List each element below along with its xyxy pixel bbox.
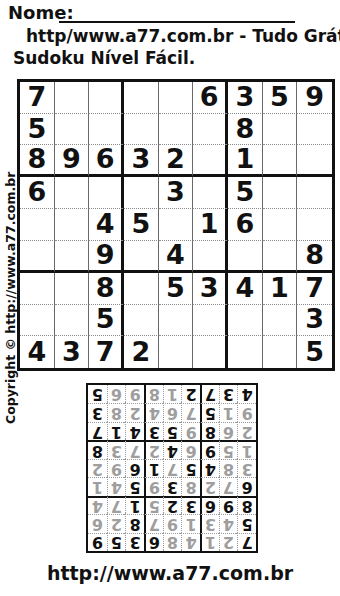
solution-cell-r7c9: 7 (88, 422, 107, 440)
puzzle-cell-r3c8[interactable] (263, 145, 298, 177)
puzzle-cell-r3c1: 8 (20, 145, 55, 177)
puzzle-cell-r8c9: 3 (297, 305, 332, 337)
puzzle-cell-r3c3: 6 (89, 145, 124, 177)
solution-cell-r2c3: 3 (200, 514, 219, 532)
puzzle-cell-r9c5[interactable] (159, 336, 194, 368)
solution-cell-r6c3: 9 (200, 440, 219, 458)
puzzle-cell-r4c7: 5 (228, 177, 263, 209)
solution-cell-r8c7: 2 (125, 403, 144, 421)
puzzle-cell-r9c2: 3 (55, 336, 90, 368)
puzzle-cell-r2c9[interactable] (297, 114, 332, 146)
puzzle-cell-r4c4[interactable] (124, 177, 159, 209)
puzzle-cell-r8c5[interactable] (159, 305, 194, 337)
puzzle-cell-r5c4: 5 (124, 209, 159, 241)
puzzle-cell-r9c8[interactable] (263, 336, 298, 368)
solution-cell-r4c3: 2 (200, 477, 219, 495)
solution-cell-r8c6: 4 (144, 403, 163, 421)
puzzle-cell-r5c1[interactable] (20, 209, 55, 241)
solution-cell-r8c2: 1 (219, 403, 238, 421)
puzzle-cell-r1c1: 7 (20, 82, 55, 114)
solution-cell-r6c7: 7 (125, 440, 144, 458)
puzzle-cell-r5c8[interactable] (263, 209, 298, 241)
solution-cell-r6c2: 5 (219, 440, 238, 458)
puzzle-cell-r1c8: 5 (263, 82, 298, 114)
puzzle-cell-r5c6: 1 (193, 209, 228, 241)
puzzle-cell-r2c7: 8 (228, 114, 263, 146)
solution-cell-r9c6: 8 (144, 385, 163, 403)
puzzle-cell-r6c8[interactable] (263, 241, 298, 273)
solution-cell-r5c8: 9 (107, 459, 126, 477)
solution-cell-r8c4: 7 (181, 403, 200, 421)
solution-cell-r2c8: 2 (107, 514, 126, 532)
puzzle-cell-r8c3: 5 (89, 305, 124, 337)
solution-cell-r6c9: 8 (88, 440, 107, 458)
solution-cell-r1c9: 9 (88, 533, 107, 551)
solution-cell-r5c3: 4 (200, 459, 219, 477)
puzzle-cell-r7c8: 1 (263, 273, 298, 305)
solution-cell-r7c7: 4 (125, 422, 144, 440)
solution-cell-r9c4: 2 (181, 385, 200, 403)
solution-cell-r1c4: 4 (181, 533, 200, 551)
solution-cell-r2c2: 4 (219, 514, 238, 532)
puzzle-cell-r3c5: 2 (159, 145, 194, 177)
puzzle-cell-r2c6[interactable] (193, 114, 228, 146)
solution-cell-r4c6: 9 (144, 477, 163, 495)
puzzle-cell-r9c6[interactable] (193, 336, 228, 368)
puzzle-cell-r9c7[interactable] (228, 336, 263, 368)
name-underline-field[interactable] (59, 3, 295, 23)
solution-cell-r6c8: 3 (107, 440, 126, 458)
puzzle-cell-r5c2[interactable] (55, 209, 90, 241)
puzzle-cell-r7c9: 7 (297, 273, 332, 305)
puzzle-cell-r1c3[interactable] (89, 82, 124, 114)
puzzle-cell-r8c6[interactable] (193, 305, 228, 337)
solution-cell-r3c6: 5 (144, 496, 163, 514)
puzzle-cell-r1c2[interactable] (55, 82, 90, 114)
solution-cell-r8c5: 6 (163, 403, 182, 421)
solution-cell-r5c7: 6 (125, 459, 144, 477)
puzzle-cell-r7c6: 3 (193, 273, 228, 305)
puzzle-cell-r6c5: 4 (159, 241, 194, 273)
puzzle-cell-r3c7: 1 (228, 145, 263, 177)
solution-cell-r1c6: 6 (144, 533, 163, 551)
puzzle-cell-r3c2: 9 (55, 145, 90, 177)
puzzle-cell-r7c7: 4 (228, 273, 263, 305)
solution-cell-r4c4: 8 (181, 477, 200, 495)
puzzle-cell-r8c8[interactable] (263, 305, 298, 337)
puzzle-cell-r1c4[interactable] (124, 82, 159, 114)
solution-cell-r1c2: 2 (219, 533, 238, 551)
solution-cell-r2c5: 9 (163, 514, 182, 532)
solution-cell-r4c2: 7 (219, 477, 238, 495)
solution-cell-r2c9: 6 (88, 514, 107, 532)
puzzle-cell-r4c6[interactable] (193, 177, 228, 209)
solution-cell-r5c2: 8 (219, 459, 238, 477)
solution-cell-r9c9: 5 (88, 385, 107, 403)
puzzle-cell-r4c5: 3 (159, 177, 194, 209)
solution-cell-r3c9: 4 (88, 496, 107, 514)
solution-cell-r3c3: 6 (200, 496, 219, 514)
solution-cell-r8c1: 9 (237, 403, 256, 421)
puzzle-cell-r7c3: 8 (89, 273, 124, 305)
solution-cell-r6c4: 6 (181, 440, 200, 458)
solution-cell-r8c3: 5 (200, 403, 219, 421)
solution-cell-r6c1: 1 (237, 440, 256, 458)
puzzle-cell-r9c9: 5 (297, 336, 332, 368)
puzzle-cell-r1c7: 3 (228, 82, 263, 114)
solution-cell-r9c1: 4 (237, 385, 256, 403)
puzzle-cell-r7c4[interactable] (124, 273, 159, 305)
puzzle-cell-r9c3: 7 (89, 336, 124, 368)
solution-cell-r5c5: 7 (163, 459, 182, 477)
solution-cell-r4c5: 3 (163, 477, 182, 495)
puzzle-cell-r2c5[interactable] (159, 114, 194, 146)
puzzle-cell-r4c8[interactable] (263, 177, 298, 209)
solution-cell-r2c6: 7 (144, 514, 163, 532)
puzzle-cell-r6c3: 9 (89, 241, 124, 273)
puzzle-cell-r9c4: 2 (124, 336, 159, 368)
solution-cell-r4c1: 6 (237, 477, 256, 495)
puzzle-cell-r4c2[interactable] (55, 177, 90, 209)
puzzle-cell-r6c6[interactable] (193, 241, 228, 273)
solution-cell-r9c8: 6 (107, 385, 126, 403)
solution-cell-r9c5: 1 (163, 385, 182, 403)
solution-cell-r1c8: 5 (107, 533, 126, 551)
solution-cell-r6c5: 4 (163, 440, 182, 458)
solution-cell-r4c7: 5 (125, 477, 144, 495)
footer-url: http://www.a77.com.br (0, 562, 340, 584)
solution-cell-r7c1: 2 (237, 422, 256, 440)
solution-cell-r5c9: 2 (88, 459, 107, 477)
puzzle-cell-r2c8[interactable] (263, 114, 298, 146)
puzzle-cell-r3c6[interactable] (193, 145, 228, 177)
solution-cell-r5c4: 5 (181, 459, 200, 477)
puzzle-cell-r9c1: 4 (20, 336, 55, 368)
solution-cell-r3c4: 3 (181, 496, 200, 514)
page: Nome: http/www.a77.com.br - Tudo Grátis.… (0, 0, 340, 596)
puzzle-cell-r4c9[interactable] (297, 177, 332, 209)
solution-cell-r1c5: 8 (163, 533, 182, 551)
solution-cell-r1c1: 7 (237, 533, 256, 551)
puzzle-cell-r6c1[interactable] (20, 241, 55, 273)
puzzle-cell-r5c7: 6 (228, 209, 263, 241)
puzzle-cell-r6c7[interactable] (228, 241, 263, 273)
solution-cell-r7c4: 9 (181, 422, 200, 440)
solution-cell-r7c8: 1 (107, 422, 126, 440)
solution-cell-r7c5: 5 (163, 422, 182, 440)
solution-cell-r8c9: 3 (88, 403, 107, 421)
solution-cell-r4c8: 4 (107, 477, 126, 495)
puzzle-cell-r5c3: 4 (89, 209, 124, 241)
copyright-vertical-text: Copyright © http://www.a77.com.br (3, 128, 18, 424)
puzzle-cell-r8c4[interactable] (124, 305, 159, 337)
puzzle-cell-r6c4[interactable] (124, 241, 159, 273)
solution-cell-r7c6: 3 (144, 422, 163, 440)
puzzle-cell-r2c2[interactable] (55, 114, 90, 146)
difficulty-subtitle: Sudoku Nível Fácil. (13, 48, 195, 68)
puzzle-cell-r1c5[interactable] (159, 82, 194, 114)
solution-cell-r9c7: 9 (125, 385, 144, 403)
solution-cell-r1c7: 3 (125, 533, 144, 551)
puzzle-cell-r3c9[interactable] (297, 145, 332, 177)
puzzle-cell-r8c1[interactable] (20, 305, 55, 337)
solution-cell-r9c3: 7 (200, 385, 219, 403)
puzzle-cell-r2c1: 5 (20, 114, 55, 146)
puzzle-cell-r7c2[interactable] (55, 273, 90, 305)
puzzle-cell-r7c1[interactable] (20, 273, 55, 305)
puzzle-cell-r1c6: 6 (193, 82, 228, 114)
solution-cell-r8c8: 8 (107, 403, 126, 421)
solution-cell-r7c3: 8 (200, 422, 219, 440)
sudoku-solution-board-rotated: 7214863595431978268963251746728395413845… (86, 383, 258, 553)
solution-cell-r7c2: 6 (219, 422, 238, 440)
solution-cell-r2c4: 1 (181, 514, 200, 532)
puzzle-cell-r2c4[interactable] (124, 114, 159, 146)
puzzle-cell-r7c5: 5 (159, 273, 194, 305)
puzzle-cell-r2c3[interactable] (89, 114, 124, 146)
page-title: http/www.a77.com.br - Tudo Grátis. (26, 26, 340, 46)
puzzle-cell-r4c3[interactable] (89, 177, 124, 209)
solution-cell-r3c7: 1 (125, 496, 144, 514)
puzzle-cell-r8c7[interactable] (228, 305, 263, 337)
puzzle-cell-r6c9: 8 (297, 241, 332, 273)
solution-cell-r2c1: 5 (237, 514, 256, 532)
solution-cell-r4c9: 1 (88, 477, 107, 495)
sudoku-puzzle-board: 763595889632163545169488534175343725 (17, 79, 335, 371)
puzzle-cell-r6c2[interactable] (55, 241, 90, 273)
puzzle-cell-r1c9: 9 (297, 82, 332, 114)
solution-cell-r3c2: 9 (219, 496, 238, 514)
solution-cell-r5c6: 1 (144, 459, 163, 477)
solution-cell-r6c6: 2 (144, 440, 163, 458)
puzzle-cell-r4c1: 6 (20, 177, 55, 209)
solution-cell-r5c1: 3 (237, 459, 256, 477)
puzzle-cell-r5c5[interactable] (159, 209, 194, 241)
solution-cell-r9c2: 3 (219, 385, 238, 403)
puzzle-cell-r5c9[interactable] (297, 209, 332, 241)
puzzle-cell-r3c4: 3 (124, 145, 159, 177)
puzzle-cell-r8c2[interactable] (55, 305, 90, 337)
solution-cell-r3c5: 2 (163, 496, 182, 514)
solution-cell-r2c7: 8 (125, 514, 144, 532)
solution-cell-r3c1: 8 (237, 496, 256, 514)
solution-cell-r3c8: 7 (107, 496, 126, 514)
solution-cell-r1c3: 1 (200, 533, 219, 551)
